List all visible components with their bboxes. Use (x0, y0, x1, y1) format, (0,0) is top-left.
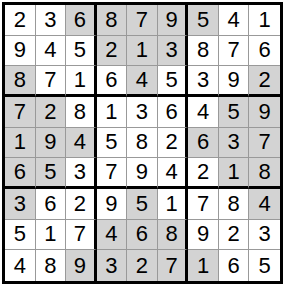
cell-r4c1[interactable]: 7 (5, 97, 36, 128)
cell-r1c3[interactable]: 6 (66, 5, 97, 36)
cell-r3c3[interactable]: 1 (66, 66, 97, 97)
cell-r9c1[interactable]: 4 (5, 250, 36, 281)
cell-r4c3[interactable]: 8 (66, 97, 97, 128)
cell-r9c2[interactable]: 8 (36, 250, 67, 281)
cell-r9c7[interactable]: 1 (188, 250, 219, 281)
cell-r1c6[interactable]: 9 (158, 5, 189, 36)
sudoku-board: 2368795419452138768716453927281364591945… (2, 2, 283, 284)
cell-r6c6[interactable]: 4 (158, 158, 189, 189)
cell-r7c4[interactable]: 9 (97, 189, 128, 220)
cell-r2c7[interactable]: 8 (188, 36, 219, 67)
cell-r6c5[interactable]: 9 (127, 158, 158, 189)
cell-r2c3[interactable]: 5 (66, 36, 97, 67)
cell-r8c3[interactable]: 7 (66, 220, 97, 251)
cell-r1c9[interactable]: 1 (249, 5, 280, 36)
cell-r7c9[interactable]: 4 (249, 189, 280, 220)
cell-r2c5[interactable]: 1 (127, 36, 158, 67)
cell-r6c9[interactable]: 8 (249, 158, 280, 189)
cell-r5c4[interactable]: 5 (97, 128, 128, 159)
cell-r8c9[interactable]: 3 (249, 220, 280, 251)
cell-r8c5[interactable]: 6 (127, 220, 158, 251)
cell-r1c2[interactable]: 3 (36, 5, 67, 36)
cell-r5c8[interactable]: 3 (219, 128, 250, 159)
cell-r4c4[interactable]: 1 (97, 97, 128, 128)
cell-r4c8[interactable]: 5 (219, 97, 250, 128)
cell-r8c1[interactable]: 5 (5, 220, 36, 251)
cell-r9c9[interactable]: 5 (249, 250, 280, 281)
cell-r7c5[interactable]: 5 (127, 189, 158, 220)
cell-r1c8[interactable]: 4 (219, 5, 250, 36)
cell-r9c8[interactable]: 6 (219, 250, 250, 281)
cell-r8c7[interactable]: 9 (188, 220, 219, 251)
cell-r7c1[interactable]: 3 (5, 189, 36, 220)
cell-r5c7[interactable]: 6 (188, 128, 219, 159)
cell-r8c4[interactable]: 4 (97, 220, 128, 251)
cell-r2c9[interactable]: 6 (249, 36, 280, 67)
cell-r6c4[interactable]: 7 (97, 158, 128, 189)
cell-r2c6[interactable]: 3 (158, 36, 189, 67)
cell-r6c2[interactable]: 5 (36, 158, 67, 189)
cell-r6c7[interactable]: 2 (188, 158, 219, 189)
cell-r1c7[interactable]: 5 (188, 5, 219, 36)
cell-r5c3[interactable]: 4 (66, 128, 97, 159)
cell-r7c7[interactable]: 7 (188, 189, 219, 220)
cell-r1c5[interactable]: 7 (127, 5, 158, 36)
cell-r4c6[interactable]: 6 (158, 97, 189, 128)
cell-r4c2[interactable]: 2 (36, 97, 67, 128)
cell-r5c5[interactable]: 8 (127, 128, 158, 159)
cell-r3c1[interactable]: 8 (5, 66, 36, 97)
cell-r3c2[interactable]: 7 (36, 66, 67, 97)
cell-r8c8[interactable]: 2 (219, 220, 250, 251)
cell-r3c5[interactable]: 4 (127, 66, 158, 97)
cell-r2c2[interactable]: 4 (36, 36, 67, 67)
cell-r7c3[interactable]: 2 (66, 189, 97, 220)
cell-r4c7[interactable]: 4 (188, 97, 219, 128)
cell-r3c9[interactable]: 2 (249, 66, 280, 97)
cell-r9c5[interactable]: 2 (127, 250, 158, 281)
cell-r3c6[interactable]: 5 (158, 66, 189, 97)
cell-r9c3[interactable]: 9 (66, 250, 97, 281)
cell-r1c4[interactable]: 8 (97, 5, 128, 36)
cell-r2c4[interactable]: 2 (97, 36, 128, 67)
cell-r5c1[interactable]: 1 (5, 128, 36, 159)
cell-r7c2[interactable]: 6 (36, 189, 67, 220)
cell-r6c3[interactable]: 3 (66, 158, 97, 189)
cell-r5c2[interactable]: 9 (36, 128, 67, 159)
cell-r9c6[interactable]: 7 (158, 250, 189, 281)
cell-r8c2[interactable]: 1 (36, 220, 67, 251)
cell-r5c6[interactable]: 2 (158, 128, 189, 159)
cell-r2c1[interactable]: 9 (5, 36, 36, 67)
cell-r4c5[interactable]: 3 (127, 97, 158, 128)
cell-r2c8[interactable]: 7 (219, 36, 250, 67)
cell-r9c4[interactable]: 3 (97, 250, 128, 281)
cell-r4c9[interactable]: 9 (249, 97, 280, 128)
cell-r8c6[interactable]: 8 (158, 220, 189, 251)
cell-r6c8[interactable]: 1 (219, 158, 250, 189)
cell-r5c9[interactable]: 7 (249, 128, 280, 159)
cell-r3c8[interactable]: 9 (219, 66, 250, 97)
cell-r7c6[interactable]: 1 (158, 189, 189, 220)
cell-r1c1[interactable]: 2 (5, 5, 36, 36)
cell-r3c7[interactable]: 3 (188, 66, 219, 97)
cell-r3c4[interactable]: 6 (97, 66, 128, 97)
cell-r7c8[interactable]: 8 (219, 189, 250, 220)
cell-r6c1[interactable]: 6 (5, 158, 36, 189)
